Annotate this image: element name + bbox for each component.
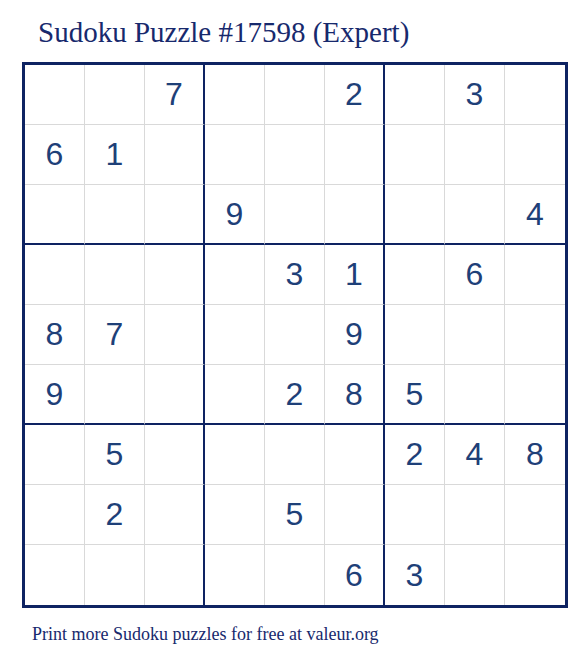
- cell-r2c5: [265, 125, 325, 185]
- cell-r6c8: [445, 365, 505, 425]
- cell-r9c6: 6: [325, 545, 385, 605]
- cell-r6c7: 5: [385, 365, 445, 425]
- cell-r8c7: [385, 485, 445, 545]
- cell-r1c3: 7: [145, 65, 205, 125]
- cell-r2c7: [385, 125, 445, 185]
- footer-note: Print more Sudoku puzzles for free at va…: [32, 624, 580, 645]
- cell-r1c8: 3: [445, 65, 505, 125]
- cell-r2c8: [445, 125, 505, 185]
- cell-r6c9: [505, 365, 565, 425]
- cell-r5c7: [385, 305, 445, 365]
- cell-r6c6: 8: [325, 365, 385, 425]
- cell-r4c9: [505, 245, 565, 305]
- cell-r9c8: [445, 545, 505, 605]
- cell-r8c3: [145, 485, 205, 545]
- cell-r8c2: 2: [85, 485, 145, 545]
- cell-r8c6: [325, 485, 385, 545]
- cell-r6c1: 9: [25, 365, 85, 425]
- cell-r8c8: [445, 485, 505, 545]
- cell-r4c5: 3: [265, 245, 325, 305]
- cell-r1c6: 2: [325, 65, 385, 125]
- cell-r9c7: 3: [385, 545, 445, 605]
- cell-r9c2: [85, 545, 145, 605]
- page-title: Sudoku Puzzle #17598 (Expert): [38, 16, 580, 49]
- cell-r4c2: [85, 245, 145, 305]
- cell-r5c3: [145, 305, 205, 365]
- cell-r2c4: [205, 125, 265, 185]
- cell-r8c5: 5: [265, 485, 325, 545]
- cell-r4c6: 1: [325, 245, 385, 305]
- cell-r2c3: [145, 125, 205, 185]
- cell-r3c4: 9: [205, 185, 265, 245]
- cell-r6c4: [205, 365, 265, 425]
- cell-r6c2: [85, 365, 145, 425]
- cell-r5c9: [505, 305, 565, 365]
- cell-r4c4: [205, 245, 265, 305]
- cell-r7c8: 4: [445, 425, 505, 485]
- cell-r4c8: 6: [445, 245, 505, 305]
- cell-r2c6: [325, 125, 385, 185]
- cell-r3c2: [85, 185, 145, 245]
- cell-r7c5: [265, 425, 325, 485]
- cell-r7c3: [145, 425, 205, 485]
- cell-r8c4: [205, 485, 265, 545]
- cell-r3c1: [25, 185, 85, 245]
- cell-r9c3: [145, 545, 205, 605]
- cell-r2c2: 1: [85, 125, 145, 185]
- cell-r9c4: [205, 545, 265, 605]
- cell-r6c3: [145, 365, 205, 425]
- cell-r5c6: 9: [325, 305, 385, 365]
- cell-r7c6: [325, 425, 385, 485]
- cell-r5c8: [445, 305, 505, 365]
- cell-r3c3: [145, 185, 205, 245]
- cell-r9c9: [505, 545, 565, 605]
- cell-r8c9: [505, 485, 565, 545]
- cell-r3c9: 4: [505, 185, 565, 245]
- cell-r7c4: [205, 425, 265, 485]
- cell-r1c2: [85, 65, 145, 125]
- cell-r1c4: [205, 65, 265, 125]
- cell-r4c7: [385, 245, 445, 305]
- cell-r3c6: [325, 185, 385, 245]
- cell-r3c5: [265, 185, 325, 245]
- cell-r3c7: [385, 185, 445, 245]
- cell-r8c1: [25, 485, 85, 545]
- cell-r2c1: 6: [25, 125, 85, 185]
- cell-r1c1: [25, 65, 85, 125]
- cell-r9c1: [25, 545, 85, 605]
- cell-r5c4: [205, 305, 265, 365]
- cell-r7c9: 8: [505, 425, 565, 485]
- cell-r4c3: [145, 245, 205, 305]
- cell-r2c9: [505, 125, 565, 185]
- cell-r5c1: 8: [25, 305, 85, 365]
- cell-r5c5: [265, 305, 325, 365]
- cell-r9c5: [265, 545, 325, 605]
- cell-r7c7: 2: [385, 425, 445, 485]
- cell-r6c5: 2: [265, 365, 325, 425]
- cell-r7c2: 5: [85, 425, 145, 485]
- cell-r3c8: [445, 185, 505, 245]
- cell-r1c5: [265, 65, 325, 125]
- cell-r4c1: [25, 245, 85, 305]
- cell-r5c2: 7: [85, 305, 145, 365]
- cell-r1c7: [385, 65, 445, 125]
- cell-r7c1: [25, 425, 85, 485]
- cell-r1c9: [505, 65, 565, 125]
- sudoku-grid: 7236194316879928552482563: [22, 62, 568, 608]
